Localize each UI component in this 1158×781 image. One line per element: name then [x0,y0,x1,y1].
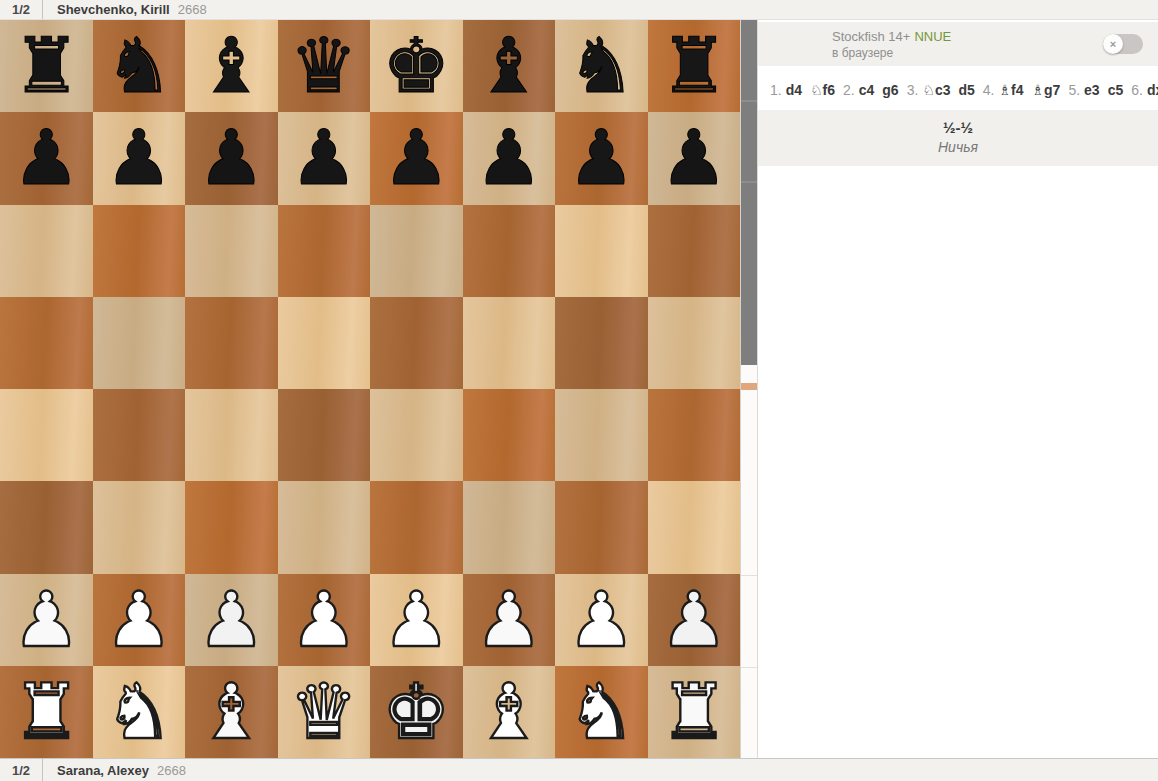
square-h4[interactable] [648,389,741,481]
scrollbar-thumb[interactable] [741,20,757,365]
square-e5[interactable] [370,297,463,389]
square-e8[interactable]: ♚ [370,20,463,112]
white-pawn[interactable]: ♟ [567,582,635,658]
black-bishop[interactable]: ♝ [475,28,543,104]
white-knight[interactable]: ♞ [105,674,173,750]
square-h7[interactable]: ♟ [648,112,741,204]
square-b8[interactable]: ♞ [93,20,186,112]
square-c7[interactable]: ♟ [185,112,278,204]
black-pawn[interactable]: ♟ [12,120,80,196]
square-c4[interactable] [185,389,278,481]
scrollbar-seam [741,100,757,102]
white-pawn[interactable]: ♟ [382,582,450,658]
black-pawn[interactable]: ♟ [105,120,173,196]
move-number: 6. [1131,82,1143,98]
move-number: 2. [843,82,855,98]
square-a5[interactable] [0,297,93,389]
square-g2[interactable]: ♟ [555,574,648,666]
square-c8[interactable]: ♝ [185,20,278,112]
square-d8[interactable]: ♛ [278,20,371,112]
square-d4[interactable] [278,389,371,481]
square-d7[interactable]: ♟ [278,112,371,204]
square-h3[interactable] [648,481,741,573]
square-d5[interactable] [278,297,371,389]
result-score: ½-½ [758,119,1158,136]
square-c1[interactable]: ♝ [185,666,278,758]
bottom-player-name: Sarana, Alexey [57,759,149,781]
scrollbar-strip[interactable] [740,20,758,781]
square-h8[interactable]: ♜ [648,20,741,112]
square-f7[interactable]: ♟ [463,112,556,204]
square-e4[interactable] [370,389,463,481]
engine-box: Stockfish 14+NNUE в браузере × [758,22,1158,66]
move[interactable]: c5 [1108,82,1124,98]
black-knight[interactable]: ♞ [567,28,635,104]
white-pawn[interactable]: ♟ [105,582,173,658]
square-e1[interactable]: ♚ [370,666,463,758]
square-h5[interactable] [648,297,741,389]
black-knight[interactable]: ♞ [105,28,173,104]
chess-analysis-app: 1/2 Shevchenko, Kirill 2668 ♜♞♝♛♚♝♞♜♟♟♟♟… [0,0,1158,781]
square-b6[interactable] [93,205,186,297]
engine-subtitle: в браузере [832,45,951,61]
square-c3[interactable] [185,481,278,573]
square-f2[interactable]: ♟ [463,574,556,666]
result-box: ½-½ Ничья [758,110,1158,166]
white-rook[interactable]: ♜ [12,674,80,750]
black-pawn[interactable]: ♟ [660,120,728,196]
move-list[interactable]: 1.d4♘f62.c4g63.♘c3d54.♗f4♗g75.e3c56.dxc5… [758,66,1158,110]
square-d6[interactable] [278,205,371,297]
square-e3[interactable] [370,481,463,573]
white-king[interactable]: ♚ [382,674,450,750]
square-a4[interactable] [0,389,93,481]
move[interactable]: dxc5 [1147,82,1158,98]
square-f3[interactable] [463,481,556,573]
analysis-panel: Stockfish 14+NNUE в браузере × 1.d4♘f62.… [758,20,1158,781]
square-b1[interactable]: ♞ [93,666,186,758]
result-text: Ничья [758,139,1158,155]
square-g5[interactable] [555,297,648,389]
square-b5[interactable] [93,297,186,389]
black-pawn[interactable]: ♟ [197,120,265,196]
square-e2[interactable]: ♟ [370,574,463,666]
white-pawn[interactable]: ♟ [475,582,543,658]
square-d1[interactable]: ♛ [278,666,371,758]
move[interactable]: ♗f4 [998,82,1023,98]
square-a6[interactable] [0,205,93,297]
engine-info: Stockfish 14+NNUE в браузере [832,28,951,61]
square-a7[interactable]: ♟ [0,112,93,204]
square-g7[interactable]: ♟ [555,112,648,204]
square-f5[interactable] [463,297,556,389]
engine-toggle[interactable]: × [1103,34,1143,54]
black-pawn[interactable]: ♟ [567,120,635,196]
white-pawn[interactable]: ♟ [12,582,80,658]
toggle-off-icon[interactable]: × [1103,34,1123,54]
square-f6[interactable] [463,205,556,297]
white-queen[interactable]: ♛ [290,674,358,750]
square-h1[interactable]: ♜ [648,666,741,758]
white-bishop[interactable]: ♝ [475,674,543,750]
move-number: 4. [983,82,995,98]
move[interactable]: g6 [882,82,898,98]
square-f8[interactable]: ♝ [463,20,556,112]
top-player-bar: 1/2 Shevchenko, Kirill 2668 [0,0,1158,20]
square-g3[interactable] [555,481,648,573]
square-c6[interactable] [185,205,278,297]
square-f4[interactable] [463,389,556,481]
chess-board[interactable]: ♜♞♝♛♚♝♞♜♟♟♟♟♟♟♟♟♟♟♟♟♟♟♟♟♜♞♝♛♚♝♞♜ [0,20,740,758]
white-pawn[interactable]: ♟ [290,582,358,658]
black-queen[interactable]: ♛ [290,28,358,104]
square-f1[interactable]: ♝ [463,666,556,758]
move-number: 1. [770,82,782,98]
scrollbar-seam [741,181,757,183]
square-b2[interactable]: ♟ [93,574,186,666]
top-player-rating: 2668 [178,0,207,19]
square-g1[interactable]: ♞ [555,666,648,758]
square-a1[interactable]: ♜ [0,666,93,758]
square-g8[interactable]: ♞ [555,20,648,112]
move[interactable]: d4 [786,82,802,98]
square-b7[interactable]: ♟ [93,112,186,204]
square-a2[interactable]: ♟ [0,574,93,666]
square-a8[interactable]: ♜ [0,20,93,112]
square-d2[interactable]: ♟ [278,574,371,666]
bottom-player-score: 1/2 [0,759,43,781]
bottom-player-rating: 2668 [157,759,186,781]
black-pawn[interactable]: ♟ [290,120,358,196]
move[interactable]: c4 [859,82,875,98]
engine-nnue-label: NNUE [914,29,951,44]
move-number: 3. [907,82,919,98]
bottom-player-bar: 1/2 Sarana, Alexey 2668 [0,758,1158,781]
white-bishop[interactable]: ♝ [197,674,265,750]
square-b3[interactable] [93,481,186,573]
square-h6[interactable] [648,205,741,297]
strip-divider [741,667,757,668]
black-pawn[interactable]: ♟ [475,120,543,196]
white-rook[interactable]: ♜ [660,674,728,750]
square-g6[interactable] [555,205,648,297]
square-h2[interactable]: ♟ [648,574,741,666]
black-rook[interactable]: ♜ [12,28,80,104]
square-g4[interactable] [555,389,648,481]
move-number: 5. [1068,82,1080,98]
strip-orange-divider [741,383,757,390]
strip-divider [741,575,757,576]
move[interactable]: e3 [1084,82,1100,98]
top-player-score: 1/2 [0,0,43,19]
square-d3[interactable] [278,481,371,573]
black-rook[interactable]: ♜ [660,28,728,104]
square-e7[interactable]: ♟ [370,112,463,204]
square-c2[interactable]: ♟ [185,574,278,666]
move[interactable]: ♘c3 [922,82,950,98]
black-king[interactable]: ♚ [382,28,450,104]
black-pawn[interactable]: ♟ [382,120,450,196]
engine-name: Stockfish 14+ [832,29,910,44]
top-player-name: Shevchenko, Kirill [57,0,170,19]
black-bishop[interactable]: ♝ [197,28,265,104]
white-pawn[interactable]: ♟ [197,582,265,658]
white-pawn[interactable]: ♟ [660,582,728,658]
square-c5[interactable] [185,297,278,389]
square-b4[interactable] [93,389,186,481]
move[interactable]: d5 [958,82,974,98]
square-e6[interactable] [370,205,463,297]
move[interactable]: ♘f6 [810,82,835,98]
white-knight[interactable]: ♞ [567,674,635,750]
square-a3[interactable] [0,481,93,573]
move[interactable]: ♗g7 [1031,82,1060,98]
